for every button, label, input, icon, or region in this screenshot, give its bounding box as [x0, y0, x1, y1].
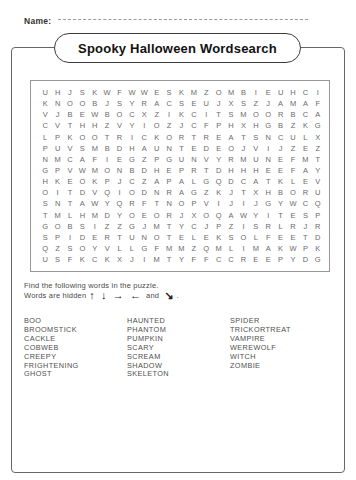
grid-cell-r1c11: S — [163, 87, 175, 98]
grid-cell-r12c11: R — [163, 210, 175, 221]
grid-cell-r15c2: Z — [51, 243, 63, 254]
grid-cell-r2c19: J — [262, 98, 274, 109]
grid-cell-r14c23: D — [312, 232, 324, 243]
word-list-item: GHOST — [24, 370, 79, 379]
grid-cell-r11c20: Y — [274, 198, 286, 209]
grid-cell-r9c4: O — [76, 176, 88, 187]
grid-cell-r2c13: E — [188, 98, 200, 109]
up-arrow-icon: ↑ — [89, 290, 95, 300]
grid-cell-r10c9: D — [138, 187, 150, 198]
word-list-column-2: HAUNTEDPHANTOMPUMPKINSCARYSCREAMSHADOWSK… — [127, 317, 169, 379]
grid-cell-r8c9: D — [138, 165, 150, 176]
grid-cell-r4c3: T — [64, 120, 76, 131]
grid-cell-r3c1: V — [39, 109, 51, 120]
grid-cell-r8c23: Y — [312, 165, 324, 176]
grid-cell-r4c12: J — [175, 120, 187, 131]
grid-cell-r13c23: R — [312, 221, 324, 232]
period-text: . — [177, 291, 179, 300]
grid-cell-r1c5: K — [89, 87, 101, 98]
grid-cell-r12c21: E — [287, 210, 299, 221]
grid-cell-r1c23: I — [312, 87, 324, 98]
grid-cell-r12c17: W — [237, 210, 249, 221]
grid-cell-r6c6: B — [101, 143, 113, 154]
grid-cell-r15c8: L — [126, 243, 138, 254]
grid-cell-r3c12: K — [175, 109, 187, 120]
grid-cell-r10c17: T — [237, 187, 249, 198]
down-arrow-icon: ↓ — [101, 290, 107, 300]
grid-cell-r5c2: P — [51, 132, 63, 143]
grid-cell-r3c9: X — [138, 109, 150, 120]
grid-cell-r6c23: Z — [312, 143, 324, 154]
grid-cell-r1c3: J — [64, 87, 76, 98]
grid-cell-r14c2: P — [51, 232, 63, 243]
grid-cell-r15c22: P — [299, 243, 311, 254]
grid-cell-r16c5: C — [89, 254, 101, 265]
grid-cell-r4c23: G — [312, 120, 324, 131]
grid-cell-r16c18: E — [250, 254, 262, 265]
grid-cell-r10c8: O — [126, 187, 138, 198]
grid-cell-r4c6: Z — [101, 120, 113, 131]
grid-cell-r13c17: I — [237, 221, 249, 232]
grid-cell-r16c22: D — [299, 254, 311, 265]
grid-cell-r6c2: U — [51, 143, 63, 154]
grid-cell-r10c3: T — [64, 187, 76, 198]
grid-cell-r13c11: T — [163, 221, 175, 232]
grid-cell-r13c22: J — [299, 221, 311, 232]
grid-cell-r9c10: A — [151, 176, 163, 187]
grid-cell-r8c16: H — [225, 165, 237, 176]
grid-cell-r15c9: G — [138, 243, 150, 254]
grid-cell-r1c17: B — [237, 87, 249, 98]
grid-cell-r3c8: C — [126, 109, 138, 120]
grid-cell-r12c5: M — [89, 210, 101, 221]
grid-cell-r10c11: R — [163, 187, 175, 198]
grid-cell-r2c1: K — [39, 98, 51, 109]
left-arrow-icon: ← — [130, 290, 141, 300]
grid-cell-r8c19: E — [262, 165, 274, 176]
grid-cell-r12c4: H — [76, 210, 88, 221]
grid-cell-r4c10: O — [151, 120, 163, 131]
grid-cell-r1c19: E — [262, 87, 274, 98]
grid-cell-r2c12: S — [175, 98, 187, 109]
grid-cell-r12c7: Y — [113, 210, 125, 221]
grid-cell-r5c8: I — [126, 132, 138, 143]
grid-cell-r9c19: T — [262, 176, 274, 187]
grid-cell-r11c17: I — [237, 198, 249, 209]
grid-cell-r13c3: B — [64, 221, 76, 232]
grid-cell-r2c6: J — [101, 98, 113, 109]
grid-cell-r15c12: M — [175, 243, 187, 254]
grid-cell-r5c22: L — [299, 132, 311, 143]
grid-cell-r5c11: O — [163, 132, 175, 143]
grid-cell-r9c15: Q — [212, 176, 224, 187]
grid-cell-r7c18: U — [250, 154, 262, 165]
grid-cell-r8c18: H — [250, 165, 262, 176]
grid-cell-r12c19: I — [262, 210, 274, 221]
grid-cell-r6c19: I — [262, 143, 274, 154]
grid-cell-r14c12: E — [175, 232, 187, 243]
grid-cell-r8c1: G — [39, 165, 51, 176]
grid-cell-r11c15: I — [212, 198, 224, 209]
grid-cell-r11c19: G — [262, 198, 274, 209]
grid-cell-r8c20: E — [274, 165, 286, 176]
grid-cell-r4c7: V — [113, 120, 125, 131]
grid-cell-r4c8: Y — [126, 120, 138, 131]
grid-cell-r6c1: P — [39, 143, 51, 154]
grid-cell-r1c6: W — [101, 87, 113, 98]
grid-cell-r3c4: E — [76, 109, 88, 120]
grid-cell-r9c8: C — [126, 176, 138, 187]
grid-cell-r11c10: T — [151, 198, 163, 209]
grid-cell-r7c12: U — [175, 154, 187, 165]
grid-cell-r7c3: C — [64, 154, 76, 165]
grid-cell-r12c9: E — [138, 210, 150, 221]
grid-cell-r9c13: L — [188, 176, 200, 187]
grid-cell-r14c17: O — [237, 232, 249, 243]
grid-cell-r13c16: Z — [225, 221, 237, 232]
grid-cell-r9c18: A — [250, 176, 262, 187]
grid-cell-r16c12: Y — [175, 254, 187, 265]
grid-cell-r3c20: R — [274, 109, 286, 120]
grid-cell-r6c4: S — [76, 143, 88, 154]
grid-cell-r10c12: A — [175, 187, 187, 198]
grid-cell-r7c8: G — [126, 154, 138, 165]
grid-cell-r14c15: K — [212, 232, 224, 243]
grid-cell-r14c21: E — [287, 232, 299, 243]
grid-cell-r11c9: F — [138, 198, 150, 209]
grid-cell-r12c6: D — [101, 210, 113, 221]
name-row: Name: — [24, 10, 324, 24]
grid-cell-r13c8: G — [126, 221, 138, 232]
grid-cell-r8c10: H — [151, 165, 163, 176]
grid-cell-r10c6: Q — [101, 187, 113, 198]
grid-cell-r14c19: F — [262, 232, 274, 243]
and-text: and — [146, 291, 159, 300]
grid-cell-r4c22: K — [299, 120, 311, 131]
grid-cell-r10c10: N — [151, 187, 163, 198]
grid-cell-r15c14: Q — [200, 243, 212, 254]
grid-cell-r11c18: J — [250, 198, 262, 209]
grid-cell-r9c14: G — [200, 176, 212, 187]
grid-cell-r15c15: M — [212, 243, 224, 254]
grid-cell-r7c7: E — [113, 154, 125, 165]
grid-cell-r11c1: S — [39, 198, 51, 209]
grid-cell-r12c18: Y — [250, 210, 262, 221]
grid-cell-r16c21: Y — [287, 254, 299, 265]
word-list-item: SKELETON — [127, 370, 169, 379]
grid-cell-r8c4: W — [76, 165, 88, 176]
grid-cell-r13c20: L — [274, 221, 286, 232]
grid-cell-r5c1: L — [39, 132, 51, 143]
grid-cell-r1c1: U — [39, 87, 51, 98]
grid-cell-r14c6: R — [101, 232, 113, 243]
right-arrow-icon: → — [113, 290, 124, 300]
grid-cell-r9c21: L — [287, 176, 299, 187]
grid-cell-r9c23: V — [312, 176, 324, 187]
grid-cell-r3c2: J — [51, 109, 63, 120]
grid-cell-r3c19: O — [262, 109, 274, 120]
grid-cell-r5c18: S — [250, 132, 262, 143]
grid-cell-r9c17: C — [237, 176, 249, 187]
grid-cell-r4c21: Z — [287, 120, 299, 131]
grid-cell-r7c22: M — [299, 154, 311, 165]
grid-cell-r5c9: C — [138, 132, 150, 143]
grid-cell-r11c4: A — [76, 198, 88, 209]
grid-cell-r1c7: F — [113, 87, 125, 98]
grid-cell-r1c18: I — [250, 87, 262, 98]
grid-cell-r1c15: O — [212, 87, 224, 98]
grid-cell-r2c2: N — [51, 98, 63, 109]
grid-cell-r16c8: J — [126, 254, 138, 265]
grid-cell-r5c12: R — [175, 132, 187, 143]
grid-cell-r11c3: T — [64, 198, 76, 209]
grid-cell-r3c3: B — [64, 109, 76, 120]
grid-cell-r1c16: M — [225, 87, 237, 98]
grid-cell-r14c1: S — [39, 232, 51, 243]
grid-cell-r5c4: O — [76, 132, 88, 143]
grid-cell-r8c2: P — [51, 165, 63, 176]
grid-cell-r7c10: P — [151, 154, 163, 165]
grid-cell-r10c18: X — [250, 187, 262, 198]
grid-cell-r16c17: R — [237, 254, 249, 265]
grid-cell-r6c5: M — [89, 143, 101, 154]
grid-cell-r8c11: E — [163, 165, 175, 176]
grid-cell-r16c6: K — [101, 254, 113, 265]
grid-cell-r4c4: H — [76, 120, 88, 131]
grid-cell-r3c13: C — [188, 109, 200, 120]
grid-cell-r6c13: E — [188, 143, 200, 154]
grid-cell-r16c13: F — [188, 254, 200, 265]
grid-cell-r8c21: F — [287, 165, 299, 176]
grid-cell-r11c14: V — [200, 198, 212, 209]
grid-cell-r2c22: A — [299, 98, 311, 109]
grid-cell-r6c7: D — [113, 143, 125, 154]
grid-cell-r5c10: K — [151, 132, 163, 143]
grid-cell-r10c21: O — [287, 187, 299, 198]
grid-cell-r12c14: O — [200, 210, 212, 221]
grid-cell-r16c7: X — [113, 254, 125, 265]
grid-cell-r15c3: S — [64, 243, 76, 254]
grid-cell-r5c15: E — [212, 132, 224, 143]
grid-cell-r1c9: W — [138, 87, 150, 98]
grid-cell-r15c21: W — [287, 243, 299, 254]
grid-cell-r5c14: R — [200, 132, 212, 143]
grid-cell-r1c22: C — [299, 87, 311, 98]
grid-cell-r12c22: S — [299, 210, 311, 221]
grid-cell-r7c4: A — [76, 154, 88, 165]
grid-cell-r2c18: Z — [250, 98, 262, 109]
grid-cell-r10c2: I — [51, 187, 63, 198]
grid-cell-r4c9: I — [138, 120, 150, 131]
grid-cell-r7c15: Y — [212, 154, 224, 165]
grid-cell-r8c15: D — [212, 165, 224, 176]
grid-cell-r2c17: S — [237, 98, 249, 109]
grid-cell-r11c7: Q — [113, 198, 125, 209]
grid-cell-r2c3: O — [64, 98, 76, 109]
grid-cell-r4c5: H — [89, 120, 101, 131]
word-list-column-1: BOOBROOMSTICKCACKLECOBWEBCREEPYFRIGHTENI… — [24, 317, 79, 379]
grid-cell-r6c12: T — [175, 143, 187, 154]
grid-cell-r10c5: V — [89, 187, 101, 198]
grid-cell-r2c10: A — [151, 98, 163, 109]
grid-cell-r6c16: O — [225, 143, 237, 154]
grid-cell-r6c14: D — [200, 143, 212, 154]
grid-cell-r6c15: E — [212, 143, 224, 154]
grid-cell-r16c4: K — [76, 254, 88, 265]
grid-cell-r10c13: G — [188, 187, 200, 198]
grid-cell-r16c2: S — [51, 254, 63, 265]
grid-cell-r3c22: C — [299, 109, 311, 120]
instructions-line2: Words are hidden ↑ ↓ → ← and ↘ . — [24, 290, 179, 300]
grid-cell-r15c16: L — [225, 243, 237, 254]
grid-cell-r13c10: M — [151, 221, 163, 232]
grid-cell-r5c6: T — [101, 132, 113, 143]
grid-cell-r5c13: T — [188, 132, 200, 143]
grid-cell-r4c13: C — [188, 120, 200, 131]
grid-cell-r5c19: N — [262, 132, 274, 143]
grid-cell-r12c10: O — [151, 210, 163, 221]
grid-cell-r15c20: K — [274, 243, 286, 254]
grid-cell-r13c2: O — [51, 221, 63, 232]
grid-cell-r11c8: R — [126, 198, 138, 209]
word-list-column-3: SPIDERTRICKORTREATVAMPIREWEREWOLFWITCHZO… — [230, 317, 291, 370]
grid-cell-r1c8: W — [126, 87, 138, 98]
grid-cell-r4c14: F — [200, 120, 212, 131]
grid-cell-r12c8: O — [126, 210, 138, 221]
grid-cell-r7c5: F — [89, 154, 101, 165]
grid-cell-r6c9: A — [138, 143, 150, 154]
grid-cell-r5c17: T — [237, 132, 249, 143]
grid-cell-r2c11: C — [163, 98, 175, 109]
grid-cell-r2c5: B — [89, 98, 101, 109]
grid-cell-r7c17: M — [237, 154, 249, 165]
grid-cell-r2c23: F — [312, 98, 324, 109]
grid-cell-r6c10: U — [151, 143, 163, 154]
grid-cell-r3c17: M — [237, 109, 249, 120]
grid-cell-r14c8: U — [126, 232, 138, 243]
grid-cell-r6c17: J — [237, 143, 249, 154]
grid-cell-r1c20: U — [274, 87, 286, 98]
grid-cell-r9c3: E — [64, 176, 76, 187]
grid-cell-r7c11: G — [163, 154, 175, 165]
grid-cell-r5c5: O — [89, 132, 101, 143]
grid-cell-r9c7: J — [113, 176, 125, 187]
grid-cell-r9c11: P — [163, 176, 175, 187]
grid-cell-r3c18: O — [250, 109, 262, 120]
grid-cell-r7c19: N — [262, 154, 274, 165]
grid-cell-r13c6: Z — [101, 221, 113, 232]
grid-cell-r8c3: V — [64, 165, 76, 176]
grid-cell-r12c16: A — [225, 210, 237, 221]
grid-cell-r14c10: O — [151, 232, 163, 243]
grid-cell-r12c13: X — [188, 210, 200, 221]
grid-cell-r3c23: A — [312, 109, 324, 120]
grid-cell-r4c1: C — [39, 120, 51, 131]
grid-cell-r16c3: F — [64, 254, 76, 265]
grid-cell-r13c1: G — [39, 221, 51, 232]
grid-cell-r8c13: R — [188, 165, 200, 176]
grid-cell-r5c20: C — [274, 132, 286, 143]
word-list-item: ZOMBIE — [230, 362, 291, 371]
grid-cell-r11c2: N — [51, 198, 63, 209]
grid-cell-r16c14: F — [200, 254, 212, 265]
grid-cell-r8c22: A — [299, 165, 311, 176]
grid-cell-r16c16: C — [225, 254, 237, 265]
grid-cell-r16c20: P — [274, 254, 286, 265]
grid-cell-r6c3: V — [64, 143, 76, 154]
grid-cell-r7c20: E — [274, 154, 286, 165]
grid-cell-r7c23: T — [312, 154, 324, 165]
grid-cell-r11c11: N — [163, 198, 175, 209]
grid-cell-r3c14: I — [200, 109, 212, 120]
grid-cell-r11c23: Q — [312, 198, 324, 209]
grid-cell-r10c4: D — [76, 187, 88, 198]
grid-cell-r10c14: Z — [200, 187, 212, 198]
grid-cell-r13c7: Z — [113, 221, 125, 232]
grid-cell-r8c17: H — [237, 165, 249, 176]
grid-cell-r9c1: H — [39, 176, 51, 187]
grid-cell-r12c15: Q — [212, 210, 224, 221]
grid-cell-r1c12: K — [175, 87, 187, 98]
grid-cell-r10c20: B — [274, 187, 286, 198]
grid-cell-r3c21: B — [287, 109, 299, 120]
grid-cell-r13c4: S — [76, 221, 88, 232]
grid-cell-r5c21: U — [287, 132, 299, 143]
grid-cell-r1c14: Z — [200, 87, 212, 98]
grid-cell-r10c15: K — [212, 187, 224, 198]
grid-cell-r14c13: L — [188, 232, 200, 243]
grid-cell-r14c4: D — [76, 232, 88, 243]
grid-cell-r7c2: M — [51, 154, 63, 165]
grid-cell-r9c2: K — [51, 176, 63, 187]
grid-cell-r7c6: I — [101, 154, 113, 165]
grid-cell-r7c21: F — [287, 154, 299, 165]
grid-cell-r11c16: J — [225, 198, 237, 209]
grid-cell-r9c12: A — [175, 176, 187, 187]
grid-cell-r10c22: R — [299, 187, 311, 198]
grid-cell-r11c5: W — [89, 198, 101, 209]
grid-cell-r13c5: I — [89, 221, 101, 232]
grid-cell-r4c16: H — [225, 120, 237, 131]
grid-cell-r1c2: H — [51, 87, 63, 98]
grid-cell-r13c15: P — [212, 221, 224, 232]
grid-cell-r16c11: T — [163, 254, 175, 265]
grid-cell-r3c10: Z — [151, 109, 163, 120]
grid-cell-r4c20: B — [274, 120, 286, 131]
grid-cell-r15c5: Y — [89, 243, 101, 254]
grid-cell-r16c15: C — [212, 254, 224, 265]
grid-cell-r2c8: Y — [126, 98, 138, 109]
page-title: Spooky Halloween Wordsearch — [78, 41, 277, 56]
grid-cell-r10c19: H — [262, 187, 274, 198]
grid-cell-r10c1: O — [39, 187, 51, 198]
grid-cell-r3c7: O — [113, 109, 125, 120]
grid-cell-r7c14: V — [200, 154, 212, 165]
grid-cell-r9c22: E — [299, 176, 311, 187]
grid-cell-r2c21: M — [287, 98, 299, 109]
grid-cell-r14c5: E — [89, 232, 101, 243]
hidden-prefix-text: Words are hidden — [24, 291, 86, 300]
name-label: Name: — [24, 16, 51, 26]
grid-cell-r2c16: X — [225, 98, 237, 109]
grid-cell-r14c16: S — [225, 232, 237, 243]
grid-cell-r3c16: S — [225, 109, 237, 120]
grid-cell-r2c4: O — [76, 98, 88, 109]
grid-cell-r13c9: J — [138, 221, 150, 232]
grid-cell-r11c21: W — [287, 198, 299, 209]
grid-cell-r11c12: O — [175, 198, 187, 209]
grid-cell-r15c10: F — [151, 243, 163, 254]
